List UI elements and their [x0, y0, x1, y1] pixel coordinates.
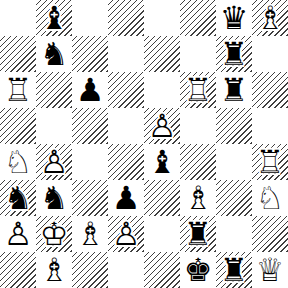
white-king-icon: ♔ — [36, 216, 72, 252]
square-e5[interactable]: ♟♙ — [144, 108, 180, 144]
square-a6[interactable]: ♜♖ — [0, 72, 36, 108]
black-bishop-icon: ♝ — [36, 0, 72, 36]
square-f4[interactable] — [180, 144, 216, 180]
white-pawn-icon: ♙ — [108, 216, 144, 252]
square-g1[interactable]: ♜♜ — [216, 252, 252, 288]
square-c6[interactable]: ♟♟ — [72, 72, 108, 108]
black-rook-icon: ♜ — [180, 216, 216, 252]
square-a2[interactable]: ♟♙ — [0, 216, 36, 252]
square-c4[interactable] — [72, 144, 108, 180]
white-bishop-icon: ♗ — [72, 216, 108, 252]
white-pawn-icon: ♙ — [36, 144, 72, 180]
square-e6[interactable] — [144, 72, 180, 108]
black-queen-icon: ♛ — [216, 0, 252, 36]
square-b2[interactable]: ♚♔ — [36, 216, 72, 252]
white-pawn-icon: ♙ — [0, 216, 36, 252]
square-f3[interactable]: ♝♗ — [180, 180, 216, 216]
white-rook-icon: ♖ — [252, 144, 288, 180]
square-d8[interactable] — [108, 0, 144, 36]
square-c8[interactable] — [72, 0, 108, 36]
square-a7[interactable] — [0, 36, 36, 72]
black-rook-icon: ♜ — [216, 72, 252, 108]
square-e7[interactable] — [144, 36, 180, 72]
square-h8[interactable]: ♝♗ — [252, 0, 288, 36]
square-b8[interactable]: ♝♝ — [36, 0, 72, 36]
square-h7[interactable] — [252, 36, 288, 72]
square-g8[interactable]: ♛♛ — [216, 0, 252, 36]
square-b1[interactable]: ♝♗ — [36, 252, 72, 288]
white-queen-icon: ♕ — [252, 252, 288, 288]
square-h4[interactable]: ♜♖ — [252, 144, 288, 180]
white-bishop-icon: ♗ — [36, 252, 72, 288]
square-f8[interactable] — [180, 0, 216, 36]
square-c1[interactable] — [72, 252, 108, 288]
white-bishop-icon: ♗ — [252, 0, 288, 36]
black-rook-icon: ♜ — [216, 252, 252, 288]
square-f6[interactable]: ♜♖ — [180, 72, 216, 108]
square-g2[interactable] — [216, 216, 252, 252]
square-d6[interactable] — [108, 72, 144, 108]
square-g6[interactable]: ♜♜ — [216, 72, 252, 108]
square-f1[interactable]: ♚♚ — [180, 252, 216, 288]
square-h5[interactable] — [252, 108, 288, 144]
square-a4[interactable]: ♞♘ — [0, 144, 36, 180]
square-e2[interactable] — [144, 216, 180, 252]
square-c5[interactable] — [72, 108, 108, 144]
square-d5[interactable] — [108, 108, 144, 144]
black-knight-icon: ♞ — [36, 36, 72, 72]
square-a5[interactable] — [0, 108, 36, 144]
square-d4[interactable] — [108, 144, 144, 180]
black-knight-icon: ♞ — [0, 180, 36, 216]
white-rook-icon: ♖ — [180, 72, 216, 108]
square-g5[interactable] — [216, 108, 252, 144]
square-b5[interactable] — [36, 108, 72, 144]
square-f7[interactable] — [180, 36, 216, 72]
square-f5[interactable] — [180, 108, 216, 144]
chess-board: ♝♝♛♛♝♗♞♞♜♜♜♖♟♟♜♖♜♜♟♙♞♘♟♙♝♝♜♖♞♞♞♞♟♟♝♗♞♘♟♙… — [0, 0, 288, 288]
square-b6[interactable] — [36, 72, 72, 108]
white-pawn-icon: ♙ — [144, 108, 180, 144]
square-c7[interactable] — [72, 36, 108, 72]
black-king-icon: ♚ — [180, 252, 216, 288]
square-g4[interactable] — [216, 144, 252, 180]
black-bishop-icon: ♝ — [144, 144, 180, 180]
square-d1[interactable] — [108, 252, 144, 288]
black-pawn-icon: ♟ — [108, 180, 144, 216]
square-d2[interactable]: ♟♙ — [108, 216, 144, 252]
square-h1[interactable]: ♛♕ — [252, 252, 288, 288]
square-f2[interactable]: ♜♜ — [180, 216, 216, 252]
square-h2[interactable] — [252, 216, 288, 252]
white-knight-icon: ♘ — [252, 180, 288, 216]
black-pawn-icon: ♟ — [72, 72, 108, 108]
square-a3[interactable]: ♞♞ — [0, 180, 36, 216]
square-b3[interactable]: ♞♞ — [36, 180, 72, 216]
square-h6[interactable] — [252, 72, 288, 108]
square-d3[interactable]: ♟♟ — [108, 180, 144, 216]
square-h3[interactable]: ♞♘ — [252, 180, 288, 216]
square-e1[interactable] — [144, 252, 180, 288]
black-knight-icon: ♞ — [36, 180, 72, 216]
white-rook-icon: ♖ — [0, 72, 36, 108]
square-e3[interactable] — [144, 180, 180, 216]
black-rook-icon: ♜ — [216, 36, 252, 72]
square-e8[interactable] — [144, 0, 180, 36]
square-g3[interactable] — [216, 180, 252, 216]
square-a1[interactable] — [0, 252, 36, 288]
square-e4[interactable]: ♝♝ — [144, 144, 180, 180]
square-a8[interactable] — [0, 0, 36, 36]
square-c3[interactable] — [72, 180, 108, 216]
square-c2[interactable]: ♝♗ — [72, 216, 108, 252]
square-b7[interactable]: ♞♞ — [36, 36, 72, 72]
square-d7[interactable] — [108, 36, 144, 72]
square-g7[interactable]: ♜♜ — [216, 36, 252, 72]
white-bishop-icon: ♗ — [180, 180, 216, 216]
white-knight-icon: ♘ — [0, 144, 36, 180]
square-b4[interactable]: ♟♙ — [36, 144, 72, 180]
